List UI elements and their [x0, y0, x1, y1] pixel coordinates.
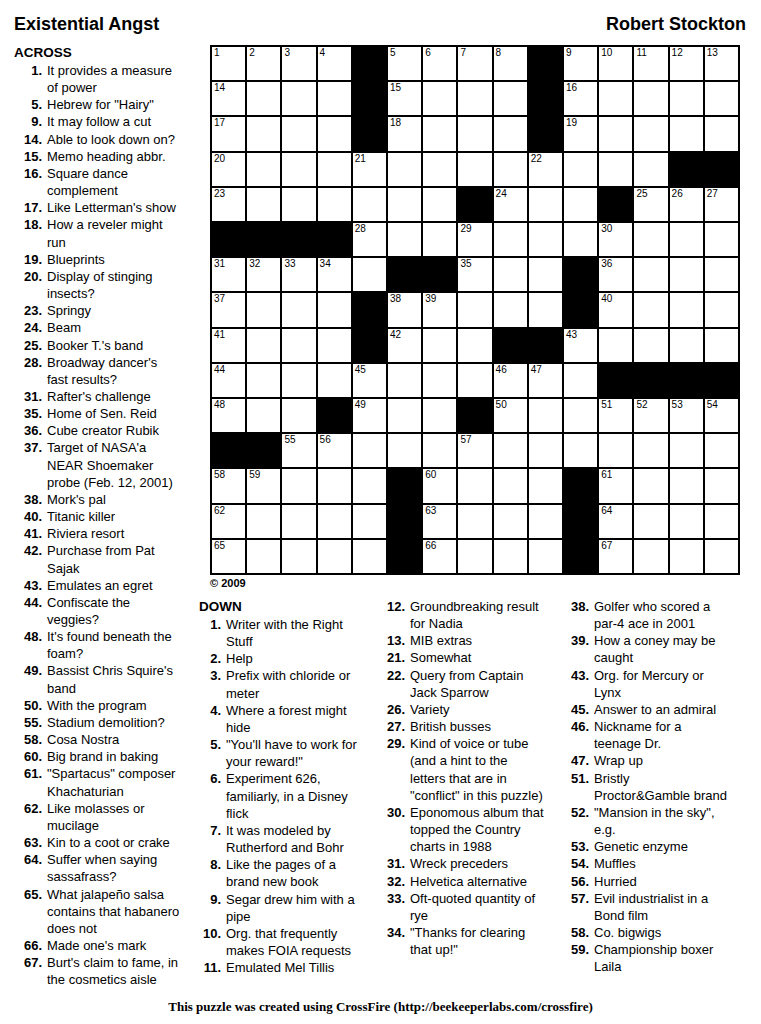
- grid-cell[interactable]: 9: [564, 47, 597, 80]
- clue-text: Muffles: [594, 855, 728, 872]
- cell-number: 22: [531, 153, 542, 165]
- across-clue-38: 38.Mork's pal: [14, 491, 204, 508]
- cell-number: 46: [496, 364, 507, 376]
- grid-cell[interactable]: 60: [423, 469, 456, 502]
- grid-cell[interactable]: [529, 469, 562, 502]
- grid-cell[interactable]: [705, 223, 738, 256]
- clue-number: 61.: [14, 765, 42, 782]
- grid-cell[interactable]: [282, 82, 315, 115]
- cell-number: 29: [460, 223, 471, 235]
- grid-cell[interactable]: [670, 505, 703, 538]
- clue-number: 43.: [562, 667, 589, 684]
- grid-cell[interactable]: 45: [353, 364, 386, 397]
- grid-cell[interactable]: [705, 82, 738, 115]
- across-clue-25: 25.Booker T.'s band: [14, 337, 204, 354]
- grid-cell[interactable]: 12: [670, 47, 703, 80]
- grid-cell[interactable]: [634, 82, 667, 115]
- grid-cell[interactable]: [494, 469, 527, 502]
- grid-cell[interactable]: [494, 82, 527, 115]
- clue-text: Bristly Proctor&Gamble brand: [594, 770, 728, 804]
- grid-cell[interactable]: [529, 540, 562, 573]
- grid-cell[interactable]: [670, 258, 703, 291]
- grid-cell[interactable]: [458, 364, 491, 397]
- grid-cell[interactable]: [423, 223, 456, 256]
- cell-number: 2: [249, 47, 255, 59]
- black-cell: [388, 258, 421, 291]
- grid-cell[interactable]: [529, 258, 562, 291]
- grid-cell[interactable]: 7: [458, 47, 491, 80]
- grid-cell[interactable]: 63: [423, 505, 456, 538]
- cell-number: 47: [531, 364, 542, 376]
- grid-cell[interactable]: [247, 364, 280, 397]
- cell-number: 4: [320, 47, 326, 59]
- grid-cell[interactable]: 61: [599, 469, 632, 502]
- grid-cell[interactable]: [494, 223, 527, 256]
- grid-cell[interactable]: [247, 188, 280, 221]
- cell-number: 9: [566, 47, 572, 59]
- grid-cell[interactable]: [494, 258, 527, 291]
- grid-cell[interactable]: [458, 540, 491, 573]
- grid-cell[interactable]: [670, 223, 703, 256]
- grid-cell[interactable]: [282, 469, 315, 502]
- grid-cell[interactable]: [705, 540, 738, 573]
- grid-cell[interactable]: [318, 505, 351, 538]
- grid-cell[interactable]: 49: [353, 399, 386, 432]
- grid-cell[interactable]: [458, 293, 491, 326]
- grid-cell[interactable]: [247, 153, 280, 186]
- cell-number: 1: [214, 47, 220, 59]
- clue-text: Home of Sen. Reid: [47, 405, 180, 422]
- grid-cell[interactable]: 34: [318, 258, 351, 291]
- grid-cell[interactable]: 19: [564, 117, 597, 150]
- clue-text: Golfer who scored a par-4 ace in 2001: [594, 598, 728, 632]
- clue-text: Like the pages of a brand new book: [226, 856, 366, 890]
- grid-cell[interactable]: 57: [458, 434, 491, 467]
- grid-cell[interactable]: [634, 223, 667, 256]
- grid-cell[interactable]: [599, 434, 632, 467]
- grid-cell[interactable]: [564, 399, 597, 432]
- grid-cell[interactable]: 23: [212, 188, 245, 221]
- down-clue-56: 56.Hurried: [562, 873, 734, 890]
- cell-number: 15: [390, 82, 401, 94]
- clue-number: 38.: [562, 598, 589, 615]
- grid-cell[interactable]: [494, 540, 527, 573]
- clue-text: Suffer when saying sassafrass?: [47, 851, 180, 885]
- grid-cell[interactable]: 43: [564, 329, 597, 362]
- grid-cell[interactable]: [494, 117, 527, 150]
- grid-cell[interactable]: [670, 469, 703, 502]
- clue-text: Bassist Chris Squire's band: [47, 662, 180, 696]
- grid-cell[interactable]: [670, 117, 703, 150]
- grid-cell[interactable]: 16: [564, 82, 597, 115]
- cell-number: 67: [601, 540, 612, 552]
- clue-text: Made one's mark: [47, 937, 180, 954]
- grid-cell[interactable]: 40: [599, 293, 632, 326]
- across-clue-list: 1.It provides a measure of power5.Hebrew…: [14, 62, 204, 988]
- down-clue-31: 31.Wreck preceders: [378, 855, 550, 872]
- grid-cell[interactable]: [634, 329, 667, 362]
- grid-cell[interactable]: 54: [705, 399, 738, 432]
- clue-text: How a reveler might run: [47, 216, 180, 250]
- grid-cell[interactable]: [247, 540, 280, 573]
- grid-cell[interactable]: [247, 82, 280, 115]
- grid-cell[interactable]: 1: [212, 47, 245, 80]
- grid-cell[interactable]: [388, 434, 421, 467]
- grid-cell[interactable]: 47: [529, 364, 562, 397]
- grid-cell[interactable]: 2: [247, 47, 280, 80]
- clue-number: 24.: [14, 319, 42, 336]
- grid-cell[interactable]: [282, 540, 315, 573]
- black-cell: [388, 540, 421, 573]
- grid-cell[interactable]: 20: [212, 153, 245, 186]
- clue-text: Writer with the Right Stuff: [226, 616, 366, 650]
- grid-cell[interactable]: [494, 505, 527, 538]
- grid-cell[interactable]: 6: [423, 47, 456, 80]
- black-cell: [353, 293, 386, 326]
- grid-cell[interactable]: [529, 223, 562, 256]
- grid-cell[interactable]: [564, 434, 597, 467]
- grid-cell[interactable]: [670, 540, 703, 573]
- grid-cell[interactable]: [670, 293, 703, 326]
- grid-cell[interactable]: 30: [599, 223, 632, 256]
- grid-cell[interactable]: [529, 505, 562, 538]
- clue-number: 65.: [14, 886, 42, 903]
- clue-text: Confiscate the veggies?: [47, 594, 180, 628]
- grid-cell[interactable]: 15: [388, 82, 421, 115]
- grid-cell[interactable]: 22: [529, 153, 562, 186]
- grid-cell[interactable]: [599, 82, 632, 115]
- grid-cell[interactable]: [318, 82, 351, 115]
- across-clue-61: 61."Spartacus" composer Khachaturian: [14, 765, 204, 799]
- grid-cell[interactable]: 3: [282, 47, 315, 80]
- grid-cell[interactable]: [458, 153, 491, 186]
- grid-cell[interactable]: [494, 434, 527, 467]
- grid-cell[interactable]: 17: [212, 117, 245, 150]
- grid-cell[interactable]: 38: [388, 293, 421, 326]
- grid-cell[interactable]: 13: [705, 47, 738, 80]
- clue-text: It may follow a cut: [47, 113, 180, 130]
- grid-cell[interactable]: [282, 364, 315, 397]
- cell-number: 5: [390, 47, 396, 59]
- grid-cell[interactable]: 41: [212, 329, 245, 362]
- grid-cell[interactable]: 64: [599, 505, 632, 538]
- grid-cell[interactable]: 53: [670, 399, 703, 432]
- down-clue-list-3: 38.Golfer who scored a par-4 ace in 2001…: [562, 598, 734, 975]
- grid-cell[interactable]: [423, 117, 456, 150]
- grid-cell[interactable]: 31: [212, 258, 245, 291]
- down-clue-53: 53.Genetic enzyme: [562, 838, 734, 855]
- clue-number: 46.: [562, 718, 589, 735]
- clue-number: 31.: [378, 855, 405, 872]
- black-cell: [529, 329, 562, 362]
- grid-cell[interactable]: [634, 469, 667, 502]
- clue-text: Championship boxer Laila: [594, 941, 728, 975]
- clue-text: Square dance complement: [47, 165, 180, 199]
- grid-cell[interactable]: [705, 329, 738, 362]
- black-cell: [247, 223, 280, 256]
- grid-cell[interactable]: 25: [634, 188, 667, 221]
- grid-cell[interactable]: [353, 434, 386, 467]
- grid-cell[interactable]: 66: [423, 540, 456, 573]
- grid-cell[interactable]: [634, 293, 667, 326]
- grid-cell[interactable]: [634, 540, 667, 573]
- grid-cell[interactable]: [423, 329, 456, 362]
- down-clue-57: 57.Evil industrialist in a Bond film: [562, 890, 734, 924]
- grid-cell[interactable]: 10: [599, 47, 632, 80]
- clue-number: 41.: [14, 525, 42, 542]
- down-clue-43: 43.Org. for Mercury or Lynx: [562, 667, 734, 701]
- cell-number: 37: [214, 293, 225, 305]
- grid-cell[interactable]: [282, 117, 315, 150]
- clue-number: 34.: [378, 924, 405, 941]
- grid-cell[interactable]: [458, 505, 491, 538]
- grid-cell[interactable]: 50: [494, 399, 527, 432]
- clue-text: Help: [226, 650, 366, 667]
- grid-cell[interactable]: [388, 153, 421, 186]
- grid-cell[interactable]: [529, 188, 562, 221]
- grid-cell[interactable]: 14: [212, 82, 245, 115]
- clue-number: 25.: [14, 337, 42, 354]
- clue-text: "Mansion in the sky", e.g.: [594, 804, 728, 838]
- grid-cell[interactable]: [353, 188, 386, 221]
- black-cell: [318, 223, 351, 256]
- grid-cell[interactable]: 35: [458, 258, 491, 291]
- clue-text: Blueprints: [47, 251, 180, 268]
- grid-cell[interactable]: 28: [353, 223, 386, 256]
- grid-cell[interactable]: [564, 188, 597, 221]
- clue-number: 2.: [199, 650, 221, 667]
- grid-cell[interactable]: [705, 258, 738, 291]
- black-cell: [458, 399, 491, 432]
- grid-cell[interactable]: [388, 364, 421, 397]
- grid-cell[interactable]: 59: [247, 469, 280, 502]
- grid-cell[interactable]: 51: [599, 399, 632, 432]
- grid-cell[interactable]: [458, 329, 491, 362]
- grid-cell[interactable]: 58: [212, 469, 245, 502]
- cell-number: 23: [214, 188, 225, 200]
- grid-cell[interactable]: 65: [212, 540, 245, 573]
- cell-number: 8: [496, 47, 502, 59]
- grid-cell[interactable]: [705, 434, 738, 467]
- clue-text: "Thanks for clearing that up!": [410, 924, 544, 958]
- clue-number: 56.: [562, 873, 589, 890]
- grid-cell[interactable]: [353, 258, 386, 291]
- grid-cell[interactable]: [388, 188, 421, 221]
- grid-cell[interactable]: [670, 329, 703, 362]
- grid-cell[interactable]: [529, 399, 562, 432]
- cell-number: 59: [249, 469, 260, 481]
- grid-cell[interactable]: [529, 293, 562, 326]
- down-clue-46: 46.Nickname for a teenage Dr.: [562, 718, 734, 752]
- clue-number: 53.: [562, 838, 589, 855]
- clue-number: 44.: [14, 594, 42, 611]
- grid-cell[interactable]: [423, 82, 456, 115]
- clue-text: Memo heading abbr.: [47, 148, 180, 165]
- grid-cell[interactable]: [423, 399, 456, 432]
- grid-cell[interactable]: 24: [494, 188, 527, 221]
- grid-cell[interactable]: [247, 505, 280, 538]
- clue-number: 54.: [562, 855, 589, 872]
- grid-cell[interactable]: [318, 364, 351, 397]
- across-clue-23: 23.Springy: [14, 302, 204, 319]
- clue-number: 49.: [14, 662, 42, 679]
- grid-cell[interactable]: 46: [494, 364, 527, 397]
- cell-number: 28: [355, 223, 366, 235]
- across-clue-5: 5.Hebrew for "Hairy": [14, 96, 204, 113]
- clue-number: 4.: [199, 702, 221, 719]
- grid-cell[interactable]: [670, 82, 703, 115]
- grid-cell[interactable]: 67: [599, 540, 632, 573]
- crossword-grid: 1234567891011121314151617181920212223242…: [210, 45, 740, 575]
- grid-cell[interactable]: [634, 434, 667, 467]
- grid-cell[interactable]: [423, 434, 456, 467]
- grid-cell[interactable]: 5: [388, 47, 421, 80]
- grid-cell[interactable]: [247, 293, 280, 326]
- grid-cell[interactable]: 8: [494, 47, 527, 80]
- grid-cell[interactable]: 37: [212, 293, 245, 326]
- grid-cell[interactable]: [282, 399, 315, 432]
- clue-number: 28.: [14, 354, 42, 371]
- crossword-page: Existential Angst Robert Stockton ACROSS…: [0, 0, 761, 1024]
- grid-cell[interactable]: [318, 540, 351, 573]
- clue-number: 19.: [14, 251, 42, 268]
- clue-number: 57.: [562, 890, 589, 907]
- cell-number: 40: [601, 293, 612, 305]
- grid-cell[interactable]: [705, 469, 738, 502]
- clue-number: 67.: [14, 954, 42, 971]
- grid-cell[interactable]: 52: [634, 399, 667, 432]
- grid-cell[interactable]: [282, 188, 315, 221]
- clue-text: Wreck preceders: [410, 855, 544, 872]
- grid-cell[interactable]: 32: [247, 258, 280, 291]
- grid-cell[interactable]: 27: [705, 188, 738, 221]
- across-clue-43: 43.Emulates an egret: [14, 577, 204, 594]
- grid-cell[interactable]: 18: [388, 117, 421, 150]
- grid-cell[interactable]: 56: [318, 434, 351, 467]
- grid-cell[interactable]: [634, 117, 667, 150]
- grid-cell[interactable]: [318, 469, 351, 502]
- grid-cell[interactable]: [318, 293, 351, 326]
- grid-cell[interactable]: [670, 434, 703, 467]
- grid-cell[interactable]: [318, 188, 351, 221]
- grid-cell[interactable]: [282, 153, 315, 186]
- grid-cell[interactable]: [564, 364, 597, 397]
- clue-number: 59.: [562, 941, 589, 958]
- grid-cell[interactable]: [388, 223, 421, 256]
- grid-cell[interactable]: [318, 153, 351, 186]
- clue-number: 58.: [562, 924, 589, 941]
- grid-cell[interactable]: 55: [282, 434, 315, 467]
- clue-text: Like molasses or mucilage: [47, 800, 180, 834]
- grid-cell[interactable]: [247, 329, 280, 362]
- grid-cell[interactable]: [282, 329, 315, 362]
- grid-cell[interactable]: [423, 188, 456, 221]
- grid-cell[interactable]: [599, 117, 632, 150]
- black-cell: [388, 505, 421, 538]
- grid-cell[interactable]: [318, 117, 351, 150]
- grid-cell[interactable]: 29: [458, 223, 491, 256]
- grid-cell[interactable]: [247, 399, 280, 432]
- grid-cell[interactable]: 48: [212, 399, 245, 432]
- clue-text: Big brand in baking: [47, 748, 180, 765]
- cell-number: 14: [214, 82, 225, 94]
- grid-cell[interactable]: 4: [318, 47, 351, 80]
- grid-cell[interactable]: 26: [670, 188, 703, 221]
- grid-cell[interactable]: 42: [388, 329, 421, 362]
- grid-cell[interactable]: [599, 153, 632, 186]
- cell-number: 21: [355, 153, 366, 165]
- grid-cell[interactable]: [705, 293, 738, 326]
- grid-cell[interactable]: [282, 293, 315, 326]
- clue-number: 58.: [14, 731, 42, 748]
- grid-cell[interactable]: [494, 153, 527, 186]
- grid-cell[interactable]: 62: [212, 505, 245, 538]
- grid-cell[interactable]: 36: [599, 258, 632, 291]
- grid-cell[interactable]: [458, 82, 491, 115]
- cell-number: 27: [707, 188, 718, 200]
- grid-cell[interactable]: [458, 117, 491, 150]
- grid-cell[interactable]: [705, 505, 738, 538]
- grid-cell[interactable]: [634, 505, 667, 538]
- across-clue-63: 63.Kin to a coot or crake: [14, 834, 204, 851]
- grid-cell[interactable]: [353, 469, 386, 502]
- clue-number: 6.: [199, 770, 221, 787]
- cell-number: 13: [707, 47, 718, 59]
- grid-cell[interactable]: 44: [212, 364, 245, 397]
- clue-number: 52.: [562, 804, 589, 821]
- cell-number: 55: [284, 434, 295, 446]
- grid-cell[interactable]: [423, 364, 456, 397]
- down-clues-column-3: 38.Golfer who scored a par-4 ace in 2001…: [562, 598, 734, 975]
- grid-cell[interactable]: [634, 153, 667, 186]
- grid-cell[interactable]: [353, 540, 386, 573]
- clue-number: 48.: [14, 628, 42, 645]
- grid-cell[interactable]: [634, 258, 667, 291]
- across-clue-20: 20.Display of stinging insects?: [14, 268, 204, 302]
- cell-number: 16: [566, 82, 577, 94]
- grid-cell[interactable]: 21: [353, 153, 386, 186]
- cell-number: 34: [320, 258, 331, 270]
- grid-cell[interactable]: [318, 329, 351, 362]
- grid-cell[interactable]: [282, 505, 315, 538]
- clue-text: Variety: [410, 701, 544, 718]
- black-cell: [670, 364, 703, 397]
- clue-text: "Spartacus" composer Khachaturian: [47, 765, 180, 799]
- clue-number: 21.: [378, 649, 405, 666]
- grid-cell[interactable]: 11: [634, 47, 667, 80]
- grid-cell[interactable]: [247, 117, 280, 150]
- grid-cell[interactable]: [599, 329, 632, 362]
- clue-text: Cube creator Rubik: [47, 422, 180, 439]
- grid-cell[interactable]: 39: [423, 293, 456, 326]
- grid-cell[interactable]: [529, 434, 562, 467]
- grid-cell[interactable]: 33: [282, 258, 315, 291]
- clue-text: Helvetica alternative: [410, 873, 544, 890]
- clue-number: 43.: [14, 577, 42, 594]
- grid-cell[interactable]: [388, 399, 421, 432]
- black-cell: [423, 258, 456, 291]
- grid-cell[interactable]: [458, 469, 491, 502]
- clue-text: Org. for Mercury or Lynx: [594, 667, 728, 701]
- grid-cell[interactable]: [423, 153, 456, 186]
- cell-number: 63: [425, 505, 436, 517]
- grid-cell[interactable]: [564, 153, 597, 186]
- grid-cell[interactable]: [494, 293, 527, 326]
- clue-text: Kind of voice or tube (and a hint to the…: [410, 735, 544, 804]
- grid-cell[interactable]: [353, 505, 386, 538]
- grid-cell[interactable]: [705, 117, 738, 150]
- grid-cell[interactable]: [564, 223, 597, 256]
